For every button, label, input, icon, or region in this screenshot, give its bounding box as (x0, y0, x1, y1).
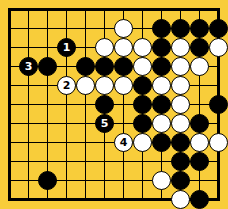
black-stone[interactable] (190, 19, 209, 38)
white-stone[interactable] (133, 133, 152, 152)
white-stone[interactable] (114, 76, 133, 95)
black-stone[interactable] (95, 57, 114, 76)
black-stone[interactable] (209, 95, 228, 114)
white-stone[interactable] (171, 95, 190, 114)
white-stone[interactable] (190, 57, 209, 76)
go-board[interactable]: 13254 (0, 0, 228, 209)
black-stone[interactable] (209, 19, 228, 38)
white-stone[interactable] (114, 38, 133, 57)
white-stone[interactable] (171, 76, 190, 95)
move-2-stone-white[interactable]: 2 (57, 76, 76, 95)
black-stone[interactable] (171, 133, 190, 152)
black-stone[interactable] (38, 57, 57, 76)
move-4-stone-white[interactable]: 4 (114, 133, 133, 152)
move-number-label: 5 (101, 118, 109, 129)
black-stone[interactable] (152, 19, 171, 38)
black-stone[interactable] (152, 38, 171, 57)
black-stone[interactable] (133, 114, 152, 133)
move-1-stone-black[interactable]: 1 (57, 38, 76, 57)
white-stone[interactable] (171, 190, 190, 209)
black-stone[interactable] (171, 19, 190, 38)
black-stone[interactable] (76, 57, 95, 76)
black-stone[interactable] (114, 57, 133, 76)
black-stone[interactable] (190, 190, 209, 209)
black-stone[interactable] (171, 152, 190, 171)
move-number-label: 1 (63, 42, 71, 53)
move-3-stone-black[interactable]: 3 (19, 57, 38, 76)
black-stone[interactable] (171, 171, 190, 190)
white-stone[interactable] (171, 114, 190, 133)
move-5-stone-black[interactable]: 5 (95, 114, 114, 133)
black-stone[interactable] (152, 57, 171, 76)
white-stone[interactable] (171, 38, 190, 57)
white-stone[interactable] (133, 38, 152, 57)
white-stone[interactable] (190, 133, 209, 152)
black-stone[interactable] (152, 133, 171, 152)
black-stone[interactable] (38, 171, 57, 190)
white-stone[interactable] (95, 38, 114, 57)
white-stone[interactable] (171, 57, 190, 76)
black-stone[interactable] (190, 38, 209, 57)
move-number-label: 4 (120, 137, 128, 148)
white-stone[interactable] (152, 171, 171, 190)
black-stone[interactable] (95, 95, 114, 114)
white-stone[interactable] (95, 76, 114, 95)
white-stone[interactable] (133, 57, 152, 76)
white-stone[interactable] (209, 38, 228, 57)
black-stone[interactable] (133, 95, 152, 114)
white-stone[interactable] (76, 76, 95, 95)
black-stone[interactable] (190, 114, 209, 133)
move-number-label: 3 (25, 61, 33, 72)
white-stone[interactable] (209, 133, 228, 152)
move-number-label: 2 (63, 80, 71, 91)
white-stone[interactable] (152, 76, 171, 95)
black-stone[interactable] (152, 95, 171, 114)
black-stone[interactable] (190, 152, 209, 171)
white-stone[interactable] (152, 114, 171, 133)
white-stone[interactable] (114, 19, 133, 38)
black-stone[interactable] (133, 76, 152, 95)
go-diagram-screenshot: 13254 (0, 0, 228, 209)
